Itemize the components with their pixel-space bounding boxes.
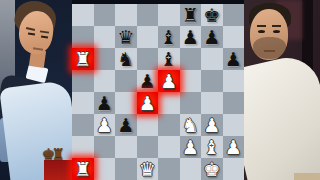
white-queen-icon: ♛ xyxy=(139,158,156,180)
photo-right-mouth xyxy=(264,50,275,52)
photo-right-stubble xyxy=(253,37,286,59)
video-frame: ♚♜ ♜♚♛♝♟♟♜♞♝♟♟♟♟♟♟♟♞♟♟♝♟♜♛♚ xyxy=(0,0,320,180)
white-bishop-icon: ♝ xyxy=(203,136,220,158)
white-pawn-icon: ♟ xyxy=(96,114,113,136)
square-g4[interactable] xyxy=(201,92,223,114)
black-pawn-icon: ♟ xyxy=(225,48,242,70)
photo-right-eye xyxy=(258,30,265,33)
white-king-icon: ♚ xyxy=(203,158,220,180)
square-a7[interactable] xyxy=(72,26,94,48)
square-f2[interactable]: ♟ xyxy=(180,136,202,158)
square-h6[interactable]: ♟ xyxy=(223,48,245,70)
white-rook-icon: ♜ xyxy=(74,158,91,180)
square-h1[interactable] xyxy=(223,158,245,180)
black-bishop-icon: ♝ xyxy=(160,48,177,70)
square-g3[interactable]: ♟ xyxy=(201,114,223,136)
square-g8[interactable]: ♚ xyxy=(201,4,223,26)
square-h7[interactable] xyxy=(223,26,245,48)
square-f7[interactable]: ♟ xyxy=(180,26,202,48)
square-b5[interactable] xyxy=(94,70,116,92)
photo-right-eyebrow xyxy=(272,25,281,27)
square-a1[interactable]: ♜ xyxy=(72,158,94,180)
wooden-chess-pieces-icon: ♚♜ xyxy=(42,146,72,180)
square-a4[interactable] xyxy=(72,92,94,114)
black-bishop-icon: ♝ xyxy=(160,26,177,48)
white-pawn-icon: ♟ xyxy=(225,136,242,158)
square-b3[interactable]: ♟ xyxy=(94,114,116,136)
square-e2[interactable] xyxy=(158,136,180,158)
square-g2[interactable]: ♝ xyxy=(201,136,223,158)
square-c8[interactable] xyxy=(115,4,137,26)
player-photo-left: ♚♜ xyxy=(0,0,72,180)
square-e8[interactable] xyxy=(158,4,180,26)
square-g6[interactable] xyxy=(201,48,223,70)
square-d4[interactable]: ♟ xyxy=(137,92,159,114)
square-b7[interactable] xyxy=(94,26,116,48)
black-pawn-icon: ♟ xyxy=(203,26,220,48)
square-e4[interactable] xyxy=(158,92,180,114)
square-h3[interactable] xyxy=(223,114,245,136)
square-b4[interactable]: ♟ xyxy=(94,92,116,114)
square-b2[interactable] xyxy=(94,136,116,158)
square-b1[interactable] xyxy=(94,158,116,180)
square-h4[interactable] xyxy=(223,92,245,114)
black-knight-icon: ♞ xyxy=(117,48,134,70)
square-f1[interactable] xyxy=(180,158,202,180)
black-pawn-icon: ♟ xyxy=(117,114,134,136)
square-b8[interactable] xyxy=(94,4,116,26)
photo-right-eyebrow xyxy=(257,25,266,27)
square-e3[interactable] xyxy=(158,114,180,136)
square-a2[interactable] xyxy=(72,136,94,158)
square-e5[interactable]: ♟ xyxy=(158,70,180,92)
square-c5[interactable] xyxy=(115,70,137,92)
black-pawn-icon: ♟ xyxy=(96,92,113,114)
black-queen-icon: ♛ xyxy=(117,26,134,48)
white-pawn-icon: ♟ xyxy=(160,70,177,92)
square-h2[interactable]: ♟ xyxy=(223,136,245,158)
photo-right-table-edge xyxy=(294,173,320,180)
square-c1[interactable] xyxy=(115,158,137,180)
square-g5[interactable] xyxy=(201,70,223,92)
white-pawn-icon: ♟ xyxy=(203,114,220,136)
square-f4[interactable] xyxy=(180,92,202,114)
square-a6[interactable]: ♜ xyxy=(72,48,94,70)
player-photo-right xyxy=(244,0,320,180)
square-e6[interactable]: ♝ xyxy=(158,48,180,70)
square-d2[interactable] xyxy=(137,136,159,158)
black-king-icon: ♚ xyxy=(203,4,220,26)
board-panel: ♜♚♛♝♟♟♜♞♝♟♟♟♟♟♟♟♞♟♟♝♟♜♛♚ xyxy=(72,0,244,180)
square-a3[interactable] xyxy=(72,114,94,136)
square-e1[interactable] xyxy=(158,158,180,180)
white-pawn-icon: ♟ xyxy=(139,92,156,114)
white-rook-icon: ♜ xyxy=(74,48,91,70)
square-d7[interactable] xyxy=(137,26,159,48)
white-pawn-icon: ♟ xyxy=(182,136,199,158)
square-d6[interactable] xyxy=(137,48,159,70)
black-pawn-icon: ♟ xyxy=(139,70,156,92)
square-c4[interactable] xyxy=(115,92,137,114)
black-pawn-icon: ♟ xyxy=(182,26,199,48)
square-a8[interactable] xyxy=(72,4,94,26)
square-g7[interactable]: ♟ xyxy=(201,26,223,48)
square-h8[interactable] xyxy=(223,4,245,26)
square-a5[interactable] xyxy=(72,70,94,92)
white-knight-icon: ♞ xyxy=(182,114,199,136)
square-f8[interactable]: ♜ xyxy=(180,4,202,26)
photo-right-eye xyxy=(273,30,280,33)
chess-board: ♜♚♛♝♟♟♜♞♝♟♟♟♟♟♟♟♞♟♟♝♟♜♛♚ xyxy=(72,4,244,180)
square-c3[interactable]: ♟ xyxy=(115,114,137,136)
square-g1[interactable]: ♚ xyxy=(201,158,223,180)
square-c7[interactable]: ♛ xyxy=(115,26,137,48)
square-d5[interactable]: ♟ xyxy=(137,70,159,92)
square-d8[interactable] xyxy=(137,4,159,26)
square-d3[interactable] xyxy=(137,114,159,136)
square-b6[interactable] xyxy=(94,48,116,70)
black-rook-icon: ♜ xyxy=(182,4,199,26)
square-f3[interactable]: ♞ xyxy=(180,114,202,136)
square-e7[interactable]: ♝ xyxy=(158,26,180,48)
square-d1[interactable]: ♛ xyxy=(137,158,159,180)
square-c6[interactable]: ♞ xyxy=(115,48,137,70)
square-f5[interactable] xyxy=(180,70,202,92)
square-c2[interactable] xyxy=(115,136,137,158)
photo-right-shirt xyxy=(244,51,320,180)
square-h5[interactable] xyxy=(223,70,245,92)
square-f6[interactable] xyxy=(180,48,202,70)
